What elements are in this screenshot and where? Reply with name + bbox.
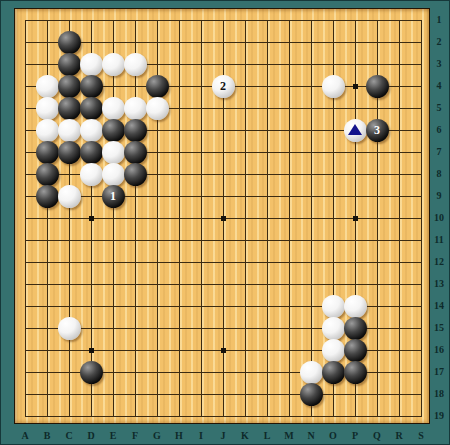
column-label: J [216,430,230,441]
row-label: 4 [431,81,447,91]
black-stone [146,75,169,98]
black-stone [58,97,81,120]
black-stone [366,75,389,98]
white-stone [146,97,169,120]
column-label: H [172,430,186,441]
white-stone [322,339,345,362]
black-stone [322,361,345,384]
column-label: Q [370,430,384,441]
column-label: B [40,430,54,441]
black-stone [58,75,81,98]
column-label: P [348,430,362,441]
black-stone [80,75,103,98]
grid-line [267,20,268,417]
white-stone [322,295,345,318]
black-stone [102,119,125,142]
column-label: L [260,430,274,441]
triangle-marker-icon [348,124,362,135]
white-stone [36,97,59,120]
column-label: O [326,430,340,441]
column-label: F [128,430,142,441]
row-label: 13 [431,279,447,289]
row-label: 3 [431,59,447,69]
white-stone [36,75,59,98]
white-stone [80,119,103,142]
white-stone [36,119,59,142]
black-stone [344,317,367,340]
column-label: D [84,430,98,441]
grid-line [25,284,422,285]
grid-line [25,262,422,263]
black-stone: 1 [102,185,125,208]
row-label: 9 [431,191,447,201]
white-stone [300,361,323,384]
star-point [353,216,358,221]
star-point [89,216,94,221]
go-board-diagram: 231 ABCDEFGHIJKLMNOPQRS 1234567891011121… [0,0,450,445]
row-label: 1 [431,15,447,25]
white-stone [102,97,125,120]
white-stone [58,119,81,142]
row-label: 19 [431,411,447,421]
white-stone [102,163,125,186]
white-stone: 2 [212,75,235,98]
white-stone [80,163,103,186]
grid-line [421,20,422,417]
row-label: 12 [431,257,447,267]
row-label: 18 [431,389,447,399]
column-label: G [150,430,164,441]
white-stone [124,97,147,120]
white-stone [322,75,345,98]
row-label: 16 [431,345,447,355]
move-number: 3 [374,124,380,136]
column-label: S [414,430,428,441]
white-stone [322,317,345,340]
star-point [221,348,226,353]
black-stone [58,31,81,54]
white-stone [58,317,81,340]
grid-line [289,20,290,417]
move-number: 2 [220,80,226,92]
black-stone [36,185,59,208]
row-label: 10 [431,213,447,223]
row-label: 6 [431,125,447,135]
column-label: A [18,430,32,441]
grid-line [25,394,422,395]
white-stone [344,119,367,142]
column-label: I [194,430,208,441]
black-stone [124,119,147,142]
grid-line [311,20,312,417]
white-stone [102,141,125,164]
row-label: 11 [431,235,447,245]
move-number: 1 [110,190,116,202]
white-stone [58,185,81,208]
black-stone [344,339,367,362]
white-stone [344,295,367,318]
black-stone: 3 [366,119,389,142]
column-label: K [238,430,252,441]
column-label: M [282,430,296,441]
goban[interactable]: 231 [14,8,430,424]
black-stone [124,163,147,186]
row-label: 8 [431,169,447,179]
row-label: 15 [431,323,447,333]
black-stone [344,361,367,384]
row-label: 7 [431,147,447,157]
black-stone [58,141,81,164]
grid-line [25,240,422,241]
column-label: E [106,430,120,441]
white-stone [124,53,147,76]
white-stone [102,53,125,76]
star-point [221,216,226,221]
black-stone [80,361,103,384]
grid-line [25,416,422,417]
row-label: 2 [431,37,447,47]
row-label: 5 [431,103,447,113]
grid-line [245,20,246,417]
column-label: C [62,430,76,441]
white-stone [80,53,103,76]
black-stone [36,141,59,164]
black-stone [80,141,103,164]
black-stone [80,97,103,120]
star-point [353,84,358,89]
grid-line [399,20,400,417]
black-stone [124,141,147,164]
black-stone [58,53,81,76]
star-point [89,348,94,353]
black-stone [36,163,59,186]
black-stone [300,383,323,406]
row-label: 17 [431,367,447,377]
column-label: N [304,430,318,441]
row-label: 14 [431,301,447,311]
column-label: R [392,430,406,441]
